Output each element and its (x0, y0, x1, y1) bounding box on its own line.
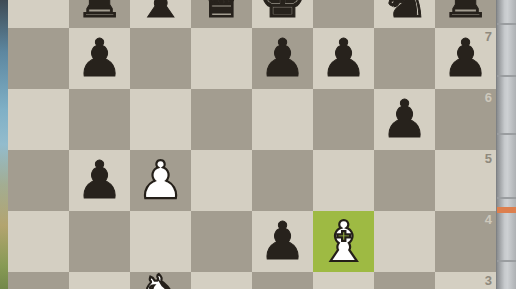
background-photo-strip (0, 0, 8, 289)
square-e3[interactable] (252, 272, 313, 289)
square-f7[interactable]: ♟ (313, 28, 374, 89)
black-pawn-piece[interactable]: ♟ (76, 150, 123, 211)
black-bishop-piece[interactable]: ♝ (135, 0, 185, 28)
square-h5[interactable]: 5 (435, 150, 496, 211)
square-a6[interactable] (8, 89, 69, 150)
square-d6[interactable] (191, 89, 252, 150)
screenshot-stage: ♜♝♛♚♞♜♟♟♟♟7♟6♟♟5♟♝4♞3 (0, 0, 516, 289)
square-b4[interactable] (69, 211, 130, 272)
black-rook-piece[interactable]: ♜ (440, 0, 490, 28)
rank-label-4: 4 (485, 213, 492, 226)
square-f6[interactable] (313, 89, 374, 150)
square-a3[interactable] (8, 272, 69, 289)
white-pawn-piece[interactable]: ♟ (137, 150, 184, 211)
square-h7[interactable]: ♟7 (435, 28, 496, 89)
rank-label-7: 7 (485, 30, 492, 43)
square-d4[interactable] (191, 211, 252, 272)
black-pawn-piece[interactable]: ♟ (259, 28, 306, 89)
board: ♜♝♛♚♞♜♟♟♟♟7♟6♟♟5♟♝4♞3 (8, 0, 496, 289)
rank-label-5: 5 (485, 152, 492, 165)
sidebar-separator-line-1 (497, 75, 516, 77)
square-g6[interactable]: ♟ (374, 89, 435, 150)
black-pawn-piece[interactable]: ♟ (76, 28, 123, 89)
rank-label-6: 6 (485, 91, 492, 104)
sidebar-separator-line-2 (497, 133, 516, 135)
square-f5[interactable] (313, 150, 374, 211)
square-a7[interactable] (8, 28, 69, 89)
sidebar-separator-line-3 (497, 197, 516, 199)
square-c3[interactable]: ♞ (130, 272, 191, 289)
square-h6[interactable]: 6 (435, 89, 496, 150)
right-sidebar-strip (496, 0, 516, 289)
sidebar-separator-line-4 (497, 260, 516, 262)
square-g4[interactable] (374, 211, 435, 272)
square-c8[interactable]: ♝ (130, 0, 191, 28)
square-e7[interactable]: ♟ (252, 28, 313, 89)
square-h8[interactable]: ♜ (435, 0, 496, 28)
white-knight-piece[interactable]: ♞ (135, 265, 185, 289)
square-d5[interactable] (191, 150, 252, 211)
square-f4[interactable]: ♝ (313, 211, 374, 272)
square-b3[interactable] (69, 272, 130, 289)
square-c5[interactable]: ♟ (130, 150, 191, 211)
black-pawn-piece[interactable]: ♟ (320, 28, 367, 89)
orange-progress-marker (497, 207, 516, 213)
square-h4[interactable]: 4 (435, 211, 496, 272)
square-g7[interactable] (374, 28, 435, 89)
square-f8[interactable] (313, 0, 374, 28)
square-b5[interactable]: ♟ (69, 150, 130, 211)
square-e5[interactable] (252, 150, 313, 211)
square-e6[interactable] (252, 89, 313, 150)
square-b6[interactable] (69, 89, 130, 150)
black-pawn-piece[interactable]: ♟ (259, 211, 306, 272)
square-c7[interactable] (130, 28, 191, 89)
black-king-piece[interactable]: ♚ (257, 0, 307, 28)
square-f3[interactable] (313, 272, 374, 289)
square-c6[interactable] (130, 89, 191, 150)
square-d8[interactable]: ♛ (191, 0, 252, 28)
sidebar-separator-line-0 (497, 23, 516, 25)
square-b7[interactable]: ♟ (69, 28, 130, 89)
square-e8[interactable]: ♚ (252, 0, 313, 28)
black-knight-piece[interactable]: ♞ (379, 0, 429, 28)
black-rook-piece[interactable]: ♜ (74, 0, 124, 28)
square-d7[interactable] (191, 28, 252, 89)
square-d3[interactable] (191, 272, 252, 289)
square-b8[interactable]: ♜ (69, 0, 130, 28)
square-a4[interactable] (8, 211, 69, 272)
square-g8[interactable]: ♞ (374, 0, 435, 28)
square-e4[interactable]: ♟ (252, 211, 313, 272)
black-pawn-piece[interactable]: ♟ (442, 28, 489, 89)
square-a5[interactable] (8, 150, 69, 211)
square-h3[interactable]: 3 (435, 272, 496, 289)
square-g3[interactable] (374, 272, 435, 289)
black-queen-piece[interactable]: ♛ (196, 0, 246, 28)
black-pawn-piece[interactable]: ♟ (381, 89, 428, 150)
white-bishop-piece[interactable]: ♝ (318, 211, 368, 272)
rank-label-3: 3 (485, 274, 492, 287)
square-g5[interactable] (374, 150, 435, 211)
square-a8[interactable] (8, 0, 69, 28)
